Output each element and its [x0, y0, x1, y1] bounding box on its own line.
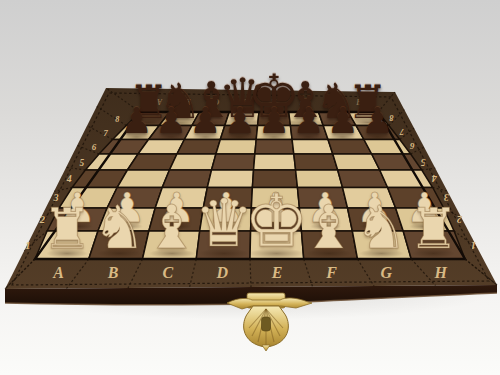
square-f3 [297, 188, 347, 209]
square-f8 [289, 112, 323, 126]
file-label-front-E: E [271, 264, 283, 281]
square-c3 [155, 188, 207, 209]
file-label-front-C: C [162, 264, 173, 281]
chess-board: ABCDEFGHABCDEFGH1234567812345678 [0, 0, 500, 375]
square-e6 [255, 140, 294, 155]
square-b4 [117, 170, 169, 188]
brass-clasp [227, 293, 312, 351]
file-label-front-B: B [107, 264, 119, 281]
square-f1 [301, 231, 357, 259]
square-f2 [299, 208, 352, 231]
square-f5 [294, 154, 338, 170]
square-c5 [169, 154, 215, 170]
square-g2 [348, 208, 404, 231]
square-e8 [258, 112, 291, 126]
square-d1 [196, 231, 250, 259]
rank-label-right-4: 4 [432, 173, 438, 184]
square-c2 [149, 208, 203, 231]
file-label-front-F: F [325, 264, 337, 281]
rank-label-left-6: 6 [92, 142, 97, 152]
square-d6 [216, 140, 256, 155]
file-label-far-H: H [355, 97, 363, 106]
square-c4 [162, 170, 211, 188]
square-e2 [251, 208, 302, 231]
square-b1 [89, 231, 149, 259]
photo-backdrop: ABCDEFGHABCDEFGH1234567812345678 ♜♞♝♛♚♝♞… [0, 0, 500, 375]
rank-label-right-2: 2 [456, 214, 463, 225]
square-g1 [352, 231, 411, 259]
square-c6 [177, 140, 220, 155]
square-b2 [98, 208, 155, 231]
square-d8 [225, 112, 259, 126]
square-c8 [192, 112, 229, 126]
square-e4 [252, 170, 297, 188]
square-e7 [256, 126, 292, 140]
rank-label-left-3: 3 [53, 192, 59, 203]
file-label-far-B: B [186, 97, 192, 106]
rank-label-right-3: 3 [444, 192, 450, 203]
square-e1 [250, 231, 304, 259]
file-label-far-E: E [271, 97, 277, 106]
file-label-far-A: A [157, 97, 163, 106]
rank-label-left-1: 1 [25, 239, 31, 251]
rank-label-right-5: 5 [420, 157, 425, 167]
square-d2 [200, 208, 252, 231]
square-d4 [207, 170, 253, 188]
file-label-front-G: G [380, 264, 392, 281]
rank-label-right-7: 7 [399, 127, 404, 137]
square-d5 [212, 154, 255, 170]
rank-label-left-7: 7 [104, 128, 109, 138]
rank-label-left-4: 4 [66, 173, 72, 184]
file-label-far-D: D [242, 97, 249, 106]
rank-label-right-1: 1 [471, 240, 477, 252]
file-label-far-F: F [300, 97, 305, 106]
square-b3 [107, 188, 162, 209]
square-d3 [203, 188, 252, 209]
square-d7 [220, 126, 257, 140]
file-label-front-D: D [216, 264, 229, 281]
file-label-front-H: H [434, 264, 448, 281]
file-label-far-G: G [328, 97, 334, 106]
rank-label-left-2: 2 [39, 214, 46, 225]
square-f6 [292, 140, 333, 155]
square-c1 [143, 231, 200, 259]
square-f4 [296, 170, 343, 188]
square-e5 [254, 154, 296, 170]
rank-label-left-8: 8 [115, 115, 119, 124]
rank-label-left-5: 5 [79, 158, 84, 168]
file-label-front-A: A [52, 264, 64, 281]
rank-label-right-6: 6 [409, 141, 414, 151]
square-f7 [290, 126, 328, 140]
square-e3 [251, 188, 299, 209]
square-g3 [343, 188, 396, 209]
clasp-keyhole [262, 317, 271, 331]
clasp-hook-tip [262, 345, 270, 351]
rank-label-right-8: 8 [390, 113, 394, 122]
square-c7 [184, 126, 224, 140]
